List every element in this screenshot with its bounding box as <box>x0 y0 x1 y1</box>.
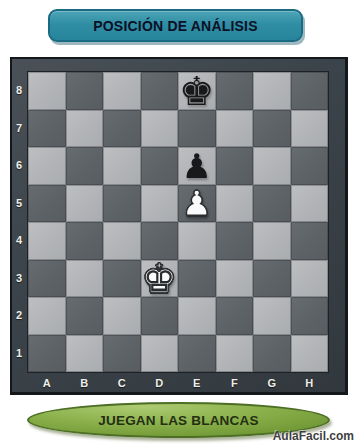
square-a3[interactable] <box>28 260 66 298</box>
square-h8[interactable] <box>291 72 329 110</box>
square-h2[interactable] <box>291 297 329 335</box>
square-e8[interactable]: ♚ <box>178 72 216 110</box>
square-f4[interactable] <box>216 222 254 260</box>
square-b3[interactable] <box>66 260 104 298</box>
square-c1[interactable] <box>103 335 141 373</box>
square-g6[interactable] <box>253 147 291 185</box>
square-d1[interactable] <box>141 335 179 373</box>
square-f1[interactable] <box>216 335 254 373</box>
rank-label-3: 3 <box>12 260 26 298</box>
square-e1[interactable] <box>178 335 216 373</box>
square-e5[interactable]: ♟ <box>178 185 216 223</box>
file-label-d: D <box>141 373 179 394</box>
square-b6[interactable] <box>66 147 104 185</box>
black-pawn[interactable]: ♟ <box>178 147 216 185</box>
square-d7[interactable] <box>141 110 179 148</box>
square-g1[interactable] <box>253 335 291 373</box>
square-g5[interactable] <box>253 185 291 223</box>
square-d3[interactable]: ♚ <box>141 260 179 298</box>
square-e7[interactable] <box>178 110 216 148</box>
rank-label-5: 5 <box>12 185 26 223</box>
square-h5[interactable] <box>291 185 329 223</box>
square-c2[interactable] <box>103 297 141 335</box>
square-h4[interactable] <box>291 222 329 260</box>
analysis-position-banner: POSICIÓN DE ANÁLISIS <box>48 9 303 42</box>
square-b2[interactable] <box>66 297 104 335</box>
chessboard[interactable]: ♚♟♟♚ <box>28 72 328 372</box>
file-label-b: B <box>66 373 104 394</box>
rank-label-1: 1 <box>12 335 26 373</box>
square-c7[interactable] <box>103 110 141 148</box>
square-a6[interactable] <box>28 147 66 185</box>
file-label-c: C <box>103 373 141 394</box>
file-label-a: A <box>28 373 66 394</box>
file-label-f: F <box>216 373 254 394</box>
square-g4[interactable] <box>253 222 291 260</box>
square-e6[interactable]: ♟ <box>178 147 216 185</box>
file-label-h: H <box>291 373 329 394</box>
rank-label-2: 2 <box>12 297 26 335</box>
square-h6[interactable] <box>291 147 329 185</box>
square-g2[interactable] <box>253 297 291 335</box>
square-a1[interactable] <box>28 335 66 373</box>
square-a5[interactable] <box>28 185 66 223</box>
rank-label-6: 6 <box>12 147 26 185</box>
square-b1[interactable] <box>66 335 104 373</box>
square-d8[interactable] <box>141 72 179 110</box>
square-h1[interactable] <box>291 335 329 373</box>
square-b5[interactable] <box>66 185 104 223</box>
square-b8[interactable] <box>66 72 104 110</box>
square-e4[interactable] <box>178 222 216 260</box>
square-c4[interactable] <box>103 222 141 260</box>
square-h7[interactable] <box>291 110 329 148</box>
square-a7[interactable] <box>28 110 66 148</box>
rank-label-8: 8 <box>12 72 26 110</box>
square-b7[interactable] <box>66 110 104 148</box>
file-label-e: E <box>178 373 216 394</box>
white-pawn[interactable]: ♟ <box>178 185 216 223</box>
square-g7[interactable] <box>253 110 291 148</box>
chessboard-frame: ♚♟♟♚ 87654321 ABCDEFGH <box>10 57 348 395</box>
analysis-position-label: POSICIÓN DE ANÁLISIS <box>93 18 258 34</box>
square-d2[interactable] <box>141 297 179 335</box>
page: POSICIÓN DE ANÁLISIS ♚♟♟♚ 87654321 ABCDE… <box>0 0 359 448</box>
square-d6[interactable] <box>141 147 179 185</box>
rank-label-4: 4 <box>12 222 26 260</box>
square-a8[interactable] <box>28 72 66 110</box>
square-a4[interactable] <box>28 222 66 260</box>
rank-label-7: 7 <box>12 110 26 148</box>
square-d4[interactable] <box>141 222 179 260</box>
watermark: AulaFacil.com <box>273 429 354 443</box>
square-f2[interactable] <box>216 297 254 335</box>
square-f8[interactable] <box>216 72 254 110</box>
file-label-g: G <box>253 373 291 394</box>
black-king[interactable]: ♚ <box>178 72 216 110</box>
square-e2[interactable] <box>178 297 216 335</box>
square-h3[interactable] <box>291 260 329 298</box>
square-g8[interactable] <box>253 72 291 110</box>
square-e3[interactable] <box>178 260 216 298</box>
white-to-move-label: JUEGAN LAS BLANCAS <box>98 413 258 428</box>
square-d5[interactable] <box>141 185 179 223</box>
square-f5[interactable] <box>216 185 254 223</box>
square-c6[interactable] <box>103 147 141 185</box>
white-king[interactable]: ♚ <box>141 260 179 298</box>
square-f6[interactable] <box>216 147 254 185</box>
square-c3[interactable] <box>103 260 141 298</box>
square-f3[interactable] <box>216 260 254 298</box>
square-a2[interactable] <box>28 297 66 335</box>
square-c8[interactable] <box>103 72 141 110</box>
square-c5[interactable] <box>103 185 141 223</box>
square-b4[interactable] <box>66 222 104 260</box>
square-g3[interactable] <box>253 260 291 298</box>
square-f7[interactable] <box>216 110 254 148</box>
